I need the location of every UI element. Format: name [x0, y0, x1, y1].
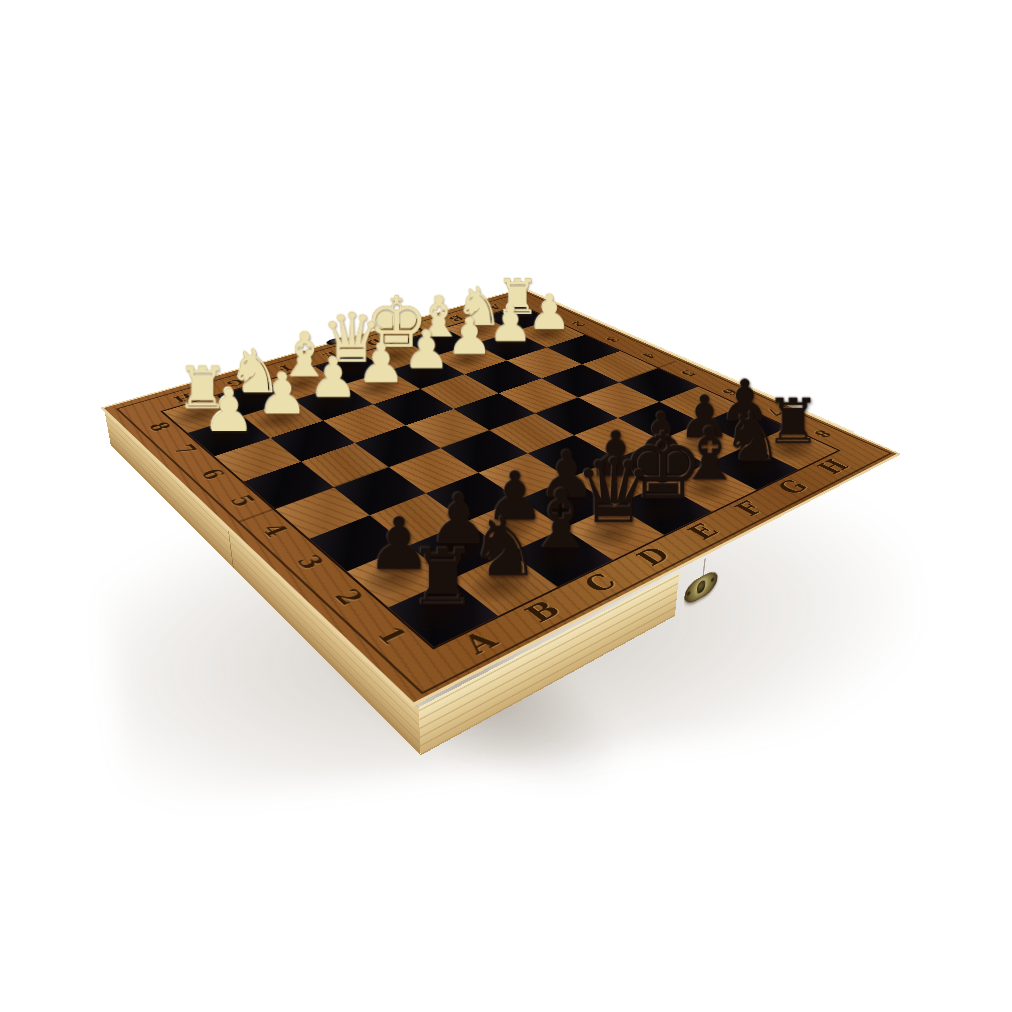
border-corner: [396, 647, 461, 690]
piece-glyph: ♟: [357, 337, 405, 391]
piece-glyph: ♟: [488, 299, 532, 349]
piece-glyph: ♟: [309, 351, 359, 406]
piece-glyph: ♞: [468, 507, 540, 588]
piece-glyph: ♟: [447, 311, 493, 362]
piece-glyph: ♟: [403, 324, 450, 376]
rank-label-near-4: 4: [234, 510, 315, 551]
piece-glyph: ♟: [203, 381, 255, 440]
clasp-latch: [683, 567, 718, 607]
border-corner: [838, 440, 888, 463]
box-fold-joint: [227, 525, 234, 568]
piece-glyph: ♟: [528, 288, 571, 336]
piece-glyph: ♟: [257, 365, 308, 422]
chess-set-photo: HGFEDCBA8♜♞♝♛♚♝♞♜17♟♟♟♟♟♟♟♟2635445362♟♟♟…: [200, 145, 770, 715]
piece-glyph: ♜: [408, 538, 479, 617]
